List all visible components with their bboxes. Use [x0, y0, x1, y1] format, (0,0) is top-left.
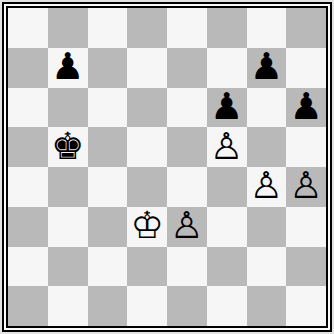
- square-g1[interactable]: [247, 286, 287, 326]
- square-e8[interactable]: [167, 8, 207, 48]
- square-b2[interactable]: [48, 247, 88, 287]
- square-d4[interactable]: [127, 167, 167, 207]
- square-h1[interactable]: [286, 286, 326, 326]
- square-g8[interactable]: [247, 8, 287, 48]
- piece-white-pawn[interactable]: ♙: [250, 167, 283, 204]
- square-e4[interactable]: [167, 167, 207, 207]
- square-d3[interactable]: ♔: [127, 207, 167, 247]
- square-a5[interactable]: [8, 127, 48, 167]
- square-h6[interactable]: ♟: [286, 88, 326, 128]
- square-g4[interactable]: ♙: [247, 167, 287, 207]
- square-c2[interactable]: [88, 247, 128, 287]
- piece-black-pawn[interactable]: ♟: [290, 88, 323, 125]
- chess-board-grid: ♟♟♟♟♚♙♙♙♔♙: [8, 8, 326, 326]
- piece-white-pawn[interactable]: ♙: [170, 207, 203, 244]
- square-g2[interactable]: [247, 247, 287, 287]
- square-b7[interactable]: ♟: [48, 48, 88, 88]
- square-b3[interactable]: [48, 207, 88, 247]
- square-e2[interactable]: [167, 247, 207, 287]
- piece-black-pawn[interactable]: ♟: [250, 48, 283, 85]
- square-e6[interactable]: [167, 88, 207, 128]
- square-b5[interactable]: ♚: [48, 127, 88, 167]
- square-d6[interactable]: [127, 88, 167, 128]
- square-e7[interactable]: [167, 48, 207, 88]
- square-c7[interactable]: [88, 48, 128, 88]
- square-f3[interactable]: [207, 207, 247, 247]
- square-h5[interactable]: [286, 127, 326, 167]
- square-e3[interactable]: ♙: [167, 207, 207, 247]
- square-c5[interactable]: [88, 127, 128, 167]
- square-c6[interactable]: [88, 88, 128, 128]
- square-e1[interactable]: [167, 286, 207, 326]
- square-d1[interactable]: [127, 286, 167, 326]
- square-g3[interactable]: [247, 207, 287, 247]
- square-d7[interactable]: [127, 48, 167, 88]
- square-b6[interactable]: [48, 88, 88, 128]
- square-d2[interactable]: [127, 247, 167, 287]
- square-a7[interactable]: [8, 48, 48, 88]
- square-d5[interactable]: [127, 127, 167, 167]
- piece-black-pawn[interactable]: ♟: [51, 48, 84, 85]
- square-h2[interactable]: [286, 247, 326, 287]
- piece-black-pawn[interactable]: ♟: [210, 88, 243, 125]
- square-a6[interactable]: [8, 88, 48, 128]
- square-h7[interactable]: [286, 48, 326, 88]
- square-a2[interactable]: [8, 247, 48, 287]
- square-e5[interactable]: [167, 127, 207, 167]
- square-c3[interactable]: [88, 207, 128, 247]
- board-frame-outer: ♟♟♟♟♚♙♙♙♔♙: [2, 2, 332, 332]
- square-h8[interactable]: [286, 8, 326, 48]
- square-a8[interactable]: [8, 8, 48, 48]
- square-f1[interactable]: [207, 286, 247, 326]
- square-g6[interactable]: [247, 88, 287, 128]
- square-c8[interactable]: [88, 8, 128, 48]
- piece-white-pawn[interactable]: ♙: [210, 128, 243, 165]
- square-c1[interactable]: [88, 286, 128, 326]
- square-g5[interactable]: [247, 127, 287, 167]
- square-f6[interactable]: ♟: [207, 88, 247, 128]
- square-f4[interactable]: [207, 167, 247, 207]
- square-f8[interactable]: [207, 8, 247, 48]
- square-f5[interactable]: ♙: [207, 127, 247, 167]
- square-a1[interactable]: [8, 286, 48, 326]
- piece-white-pawn[interactable]: ♙: [290, 167, 323, 204]
- square-a3[interactable]: [8, 207, 48, 247]
- square-b8[interactable]: [48, 8, 88, 48]
- square-a4[interactable]: [8, 167, 48, 207]
- piece-black-king[interactable]: ♚: [51, 128, 84, 165]
- piece-white-king[interactable]: ♔: [131, 207, 164, 244]
- board-frame-inner: ♟♟♟♟♚♙♙♙♔♙: [6, 6, 328, 328]
- square-h4[interactable]: ♙: [286, 167, 326, 207]
- square-f2[interactable]: [207, 247, 247, 287]
- square-b1[interactable]: [48, 286, 88, 326]
- square-d8[interactable]: [127, 8, 167, 48]
- chess-board: ♟♟♟♟♚♙♙♙♔♙: [0, 0, 334, 334]
- square-g7[interactable]: ♟: [247, 48, 287, 88]
- square-h3[interactable]: [286, 207, 326, 247]
- square-c4[interactable]: [88, 167, 128, 207]
- square-f7[interactable]: [207, 48, 247, 88]
- square-b4[interactable]: [48, 167, 88, 207]
